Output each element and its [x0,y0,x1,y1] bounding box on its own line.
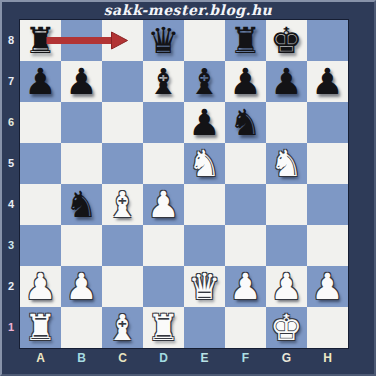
white-king-g1: ♚ [266,307,307,348]
site-watermark: sakk-mester.blog.hu [2,2,374,20]
square-b1 [61,307,102,348]
square-a2: ♟ [20,266,61,307]
rank-label-1: 1 [2,307,20,348]
square-a3 [20,225,61,266]
square-c3 [102,225,143,266]
square-d8: ♛ [143,20,184,61]
square-b2: ♟ [61,266,102,307]
square-e6: ♟ [184,102,225,143]
square-a6 [20,102,61,143]
square-h1 [307,307,348,348]
square-h8 [307,20,348,61]
square-d7: ♝ [143,61,184,102]
rank-label-3: 3 [2,225,20,266]
square-h3 [307,225,348,266]
square-h7: ♟ [307,61,348,102]
square-b4: ♞ [61,184,102,225]
rank-label-4: 4 [2,184,20,225]
square-f3 [225,225,266,266]
square-f4 [225,184,266,225]
square-f8: ♜ [225,20,266,61]
square-g6 [266,102,307,143]
black-queen-d8: ♛ [143,20,184,61]
square-g4 [266,184,307,225]
rank-label-2: 2 [2,266,20,307]
file-label-a: A [20,350,61,368]
square-a1: ♜ [20,307,61,348]
square-c2 [102,266,143,307]
square-c1: ♝ [102,307,143,348]
white-bishop-c4: ♝ [102,184,143,225]
square-f7: ♟ [225,61,266,102]
white-bishop-c1: ♝ [102,307,143,348]
square-h5 [307,143,348,184]
black-king-g8: ♚ [266,20,307,61]
chess-diagram-frame: sakk-mester.blog.hu ♜♛♜♚♟♟♝♝♟♟♟♟♞♞♞♞♝♟♟♟… [0,0,376,376]
square-a7: ♟ [20,61,61,102]
square-e5: ♞ [184,143,225,184]
square-a8: ♜ [20,20,61,61]
square-b3 [61,225,102,266]
rank-label-7: 7 [2,61,20,102]
square-e3 [184,225,225,266]
square-g2: ♟ [266,266,307,307]
white-rook-d1: ♜ [143,307,184,348]
black-rook-f8: ♜ [225,20,266,61]
square-a5 [20,143,61,184]
square-e1 [184,307,225,348]
black-bishop-d7: ♝ [143,61,184,102]
black-pawn-f7: ♟ [225,61,266,102]
white-queen-e2: ♛ [184,266,225,307]
square-c6 [102,102,143,143]
file-label-d: D [143,350,184,368]
square-a4 [20,184,61,225]
square-b7: ♟ [61,61,102,102]
square-f1 [225,307,266,348]
black-pawn-g7: ♟ [266,61,307,102]
white-pawn-a2: ♟ [20,266,61,307]
white-pawn-d4: ♟ [143,184,184,225]
file-label-b: B [61,350,102,368]
white-knight-g5: ♞ [266,143,307,184]
square-e7: ♝ [184,61,225,102]
file-label-f: F [225,350,266,368]
rank-label-6: 6 [2,102,20,143]
square-b6 [61,102,102,143]
square-h6 [307,102,348,143]
rank-label-8: 8 [2,20,20,61]
white-knight-e5: ♞ [184,143,225,184]
white-rook-a1: ♜ [20,307,61,348]
square-c7 [102,61,143,102]
file-label-g: G [266,350,307,368]
chess-board: ♜♛♜♚♟♟♝♝♟♟♟♟♞♞♞♞♝♟♟♟♛♟♟♟♜♝♜♚ [20,20,348,348]
white-pawn-f2: ♟ [225,266,266,307]
square-g5: ♞ [266,143,307,184]
square-f2: ♟ [225,266,266,307]
square-d4: ♟ [143,184,184,225]
square-h2: ♟ [307,266,348,307]
square-d2 [143,266,184,307]
square-g7: ♟ [266,61,307,102]
square-c4: ♝ [102,184,143,225]
black-pawn-a7: ♟ [20,61,61,102]
white-pawn-b2: ♟ [61,266,102,307]
square-f6: ♞ [225,102,266,143]
file-label-c: C [102,350,143,368]
square-c5 [102,143,143,184]
file-label-e: E [184,350,225,368]
square-d5 [143,143,184,184]
file-label-h: H [307,350,348,368]
square-b8 [61,20,102,61]
square-e2: ♛ [184,266,225,307]
square-h4 [307,184,348,225]
square-g1: ♚ [266,307,307,348]
square-f5 [225,143,266,184]
rank-label-5: 5 [2,143,20,184]
white-pawn-g2: ♟ [266,266,307,307]
square-d6 [143,102,184,143]
square-g8: ♚ [266,20,307,61]
square-b5 [61,143,102,184]
black-bishop-e7: ♝ [184,61,225,102]
square-d1: ♜ [143,307,184,348]
black-rook-a8: ♜ [20,20,61,61]
square-e4 [184,184,225,225]
square-d3 [143,225,184,266]
square-g3 [266,225,307,266]
black-knight-f6: ♞ [225,102,266,143]
white-pawn-h2: ♟ [307,266,348,307]
square-c8 [102,20,143,61]
black-knight-b4: ♞ [61,184,102,225]
black-pawn-h7: ♟ [307,61,348,102]
square-e8 [184,20,225,61]
black-pawn-e6: ♟ [184,102,225,143]
black-pawn-b7: ♟ [61,61,102,102]
